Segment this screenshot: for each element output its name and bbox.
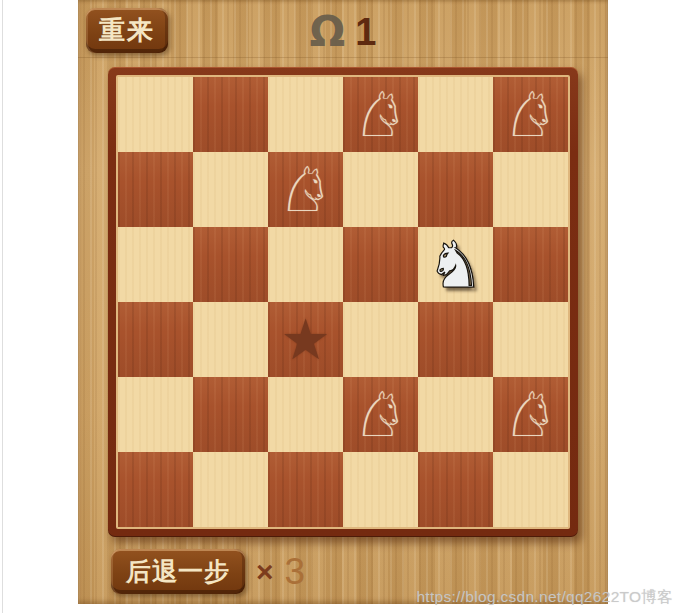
square-a4[interactable] xyxy=(118,302,193,377)
square-d4[interactable] xyxy=(343,302,418,377)
square-c1[interactable] xyxy=(268,77,343,152)
ghost-knight-piece[interactable]: ♘ xyxy=(343,77,418,152)
square-b6[interactable] xyxy=(193,452,268,527)
square-b2[interactable] xyxy=(193,152,268,227)
square-a3[interactable] xyxy=(118,227,193,302)
move-counter: Ω 1 xyxy=(310,8,377,56)
square-e1[interactable] xyxy=(418,77,493,152)
square-b3[interactable] xyxy=(193,227,268,302)
square-f3[interactable] xyxy=(493,227,568,302)
restart-button[interactable]: 重来 xyxy=(86,8,168,53)
undo-button[interactable]: 后退一步 xyxy=(111,549,245,594)
page-left-divider xyxy=(2,0,3,613)
square-e4[interactable] xyxy=(418,302,493,377)
square-a2[interactable] xyxy=(118,152,193,227)
square-c6[interactable] xyxy=(268,452,343,527)
ghost-knight-piece[interactable]: ♘ xyxy=(268,152,343,227)
square-f4[interactable] xyxy=(493,302,568,377)
board-edging: ♘♘♘♞★♘♘ xyxy=(116,75,570,529)
square-f5[interactable]: ♘ xyxy=(493,377,568,452)
square-f1[interactable]: ♘ xyxy=(493,77,568,152)
times-icon: × xyxy=(256,549,274,594)
wood-panel: 重来 Ω 1 ♘♘♘♞★♘♘ 后退一步 × 3 xyxy=(78,0,608,604)
ghost-knight-piece[interactable]: ♘ xyxy=(493,77,568,152)
square-c4[interactable]: ★ xyxy=(268,302,343,377)
ghost-knight-piece[interactable]: ♘ xyxy=(343,377,418,452)
square-a6[interactable] xyxy=(118,452,193,527)
watermark: https://blog.csdn.net/qq2622TO博客 xyxy=(416,587,673,608)
square-c2[interactable]: ♘ xyxy=(268,152,343,227)
board-frame: ♘♘♘♞★♘♘ xyxy=(108,67,578,537)
undo-count: 3 xyxy=(285,549,306,594)
star-target: ★ xyxy=(268,302,343,377)
square-b1[interactable] xyxy=(193,77,268,152)
square-e2[interactable] xyxy=(418,152,493,227)
ghost-knight-piece[interactable]: ♘ xyxy=(493,377,568,452)
square-f2[interactable] xyxy=(493,152,568,227)
square-e3[interactable]: ♞ xyxy=(418,227,493,302)
white-knight-piece[interactable]: ♞ xyxy=(418,227,493,302)
square-f6[interactable] xyxy=(493,452,568,527)
square-c3[interactable] xyxy=(268,227,343,302)
horseshoe-count: 1 xyxy=(355,9,376,55)
square-d5[interactable]: ♘ xyxy=(343,377,418,452)
square-d1[interactable]: ♘ xyxy=(343,77,418,152)
footer-bar: 后退一步 × 3 xyxy=(111,548,305,594)
square-b4[interactable] xyxy=(193,302,268,377)
horseshoe-icon: Ω xyxy=(310,9,346,55)
square-a1[interactable] xyxy=(118,77,193,152)
chess-board[interactable]: ♘♘♘♞★♘♘ xyxy=(118,77,568,527)
page: 重来 Ω 1 ♘♘♘♞★♘♘ 后退一步 × 3 https://blog.csd… xyxy=(0,0,675,613)
square-c5[interactable] xyxy=(268,377,343,452)
square-e5[interactable] xyxy=(418,377,493,452)
square-a5[interactable] xyxy=(118,377,193,452)
square-b5[interactable] xyxy=(193,377,268,452)
square-e6[interactable] xyxy=(418,452,493,527)
square-d6[interactable] xyxy=(343,452,418,527)
square-d2[interactable] xyxy=(343,152,418,227)
wood-plank-seam xyxy=(78,57,608,58)
square-d3[interactable] xyxy=(343,227,418,302)
